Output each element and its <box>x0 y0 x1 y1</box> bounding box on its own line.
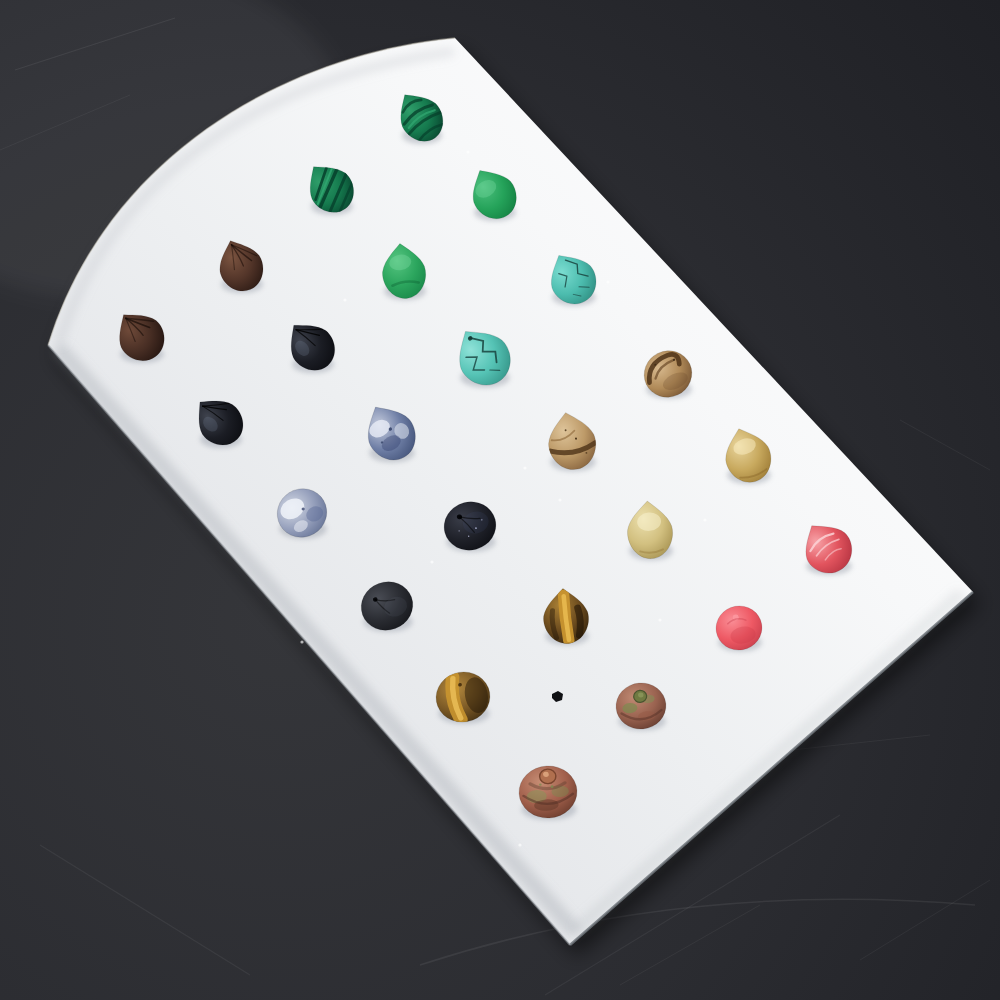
dust-speck <box>658 618 661 621</box>
scene-svg <box>0 0 1000 1000</box>
dust-speck <box>703 518 706 521</box>
dust-speck <box>343 298 346 301</box>
dust-speck <box>518 843 521 846</box>
dust-speck <box>606 280 609 283</box>
dust-speck <box>558 498 561 501</box>
photo-scene <box>0 0 1000 1000</box>
dust-speck <box>523 466 526 469</box>
dust-speck <box>300 640 303 643</box>
dust-speck <box>430 560 433 563</box>
dust-speck <box>466 150 469 153</box>
stone-detail <box>577 608 582 636</box>
